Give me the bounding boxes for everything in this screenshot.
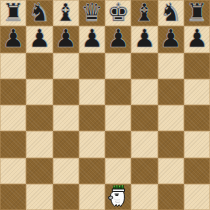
square-c6[interactable]: [53, 53, 79, 79]
square-d7[interactable]: ♟: [79, 26, 105, 52]
square-f6[interactable]: [131, 53, 157, 79]
square-f4[interactable]: [131, 105, 157, 131]
black-king[interactable]: ♚: [107, 0, 129, 25]
black-bishop[interactable]: ♝: [54, 0, 76, 25]
square-g4[interactable]: [158, 105, 184, 131]
square-h7[interactable]: ♟: [184, 26, 210, 52]
square-e3[interactable]: [105, 131, 131, 157]
square-a5[interactable]: [0, 79, 26, 105]
square-b2[interactable]: [26, 158, 52, 184]
square-h3[interactable]: [184, 131, 210, 157]
square-e7[interactable]: ♟: [105, 26, 131, 52]
square-b5[interactable]: [26, 79, 52, 105]
square-e1[interactable]: [105, 184, 131, 210]
square-g7[interactable]: ♟: [158, 26, 184, 52]
square-a4[interactable]: [0, 105, 26, 131]
square-d6[interactable]: [79, 53, 105, 79]
square-h5[interactable]: [184, 79, 210, 105]
square-f2[interactable]: [131, 158, 157, 184]
square-c4[interactable]: [53, 105, 79, 131]
black-bishop[interactable]: ♝: [133, 0, 155, 25]
square-c1[interactable]: [53, 184, 79, 210]
square-d2[interactable]: [79, 158, 105, 184]
square-b8[interactable]: ♞: [26, 0, 52, 26]
square-e6[interactable]: [105, 53, 131, 79]
square-g3[interactable]: [158, 131, 184, 157]
square-a7[interactable]: ♟: [0, 26, 26, 52]
black-queen[interactable]: ♛: [81, 0, 103, 25]
square-f1[interactable]: [131, 184, 157, 210]
square-d5[interactable]: [79, 79, 105, 105]
black-pawn[interactable]: ♟: [186, 26, 208, 51]
square-h6[interactable]: [184, 53, 210, 79]
square-g2[interactable]: [158, 158, 184, 184]
square-h1[interactable]: [184, 184, 210, 210]
square-h2[interactable]: [184, 158, 210, 184]
square-e8[interactable]: ♚: [105, 0, 131, 26]
black-pawn[interactable]: ♟: [133, 26, 155, 51]
square-d4[interactable]: [79, 105, 105, 131]
black-pawn[interactable]: ♟: [28, 26, 50, 51]
square-h8[interactable]: ♜: [184, 0, 210, 26]
white-king-eagle-icon: [106, 185, 130, 209]
square-d8[interactable]: ♛: [79, 0, 105, 26]
black-knight[interactable]: ♞: [159, 0, 181, 25]
square-b6[interactable]: [26, 53, 52, 79]
square-g5[interactable]: [158, 79, 184, 105]
chess-board: ♜♞♝♛♚♝♞♜♟♟♟♟♟♟♟♟: [0, 0, 210, 210]
square-b1[interactable]: [26, 184, 52, 210]
square-e2[interactable]: [105, 158, 131, 184]
square-c7[interactable]: ♟: [53, 26, 79, 52]
square-g1[interactable]: [158, 184, 184, 210]
square-c2[interactable]: [53, 158, 79, 184]
square-e4[interactable]: [105, 105, 131, 131]
square-f7[interactable]: ♟: [131, 26, 157, 52]
square-f5[interactable]: [131, 79, 157, 105]
square-c3[interactable]: [53, 131, 79, 157]
square-b4[interactable]: [26, 105, 52, 131]
square-d1[interactable]: [79, 184, 105, 210]
black-knight[interactable]: ♞: [28, 0, 50, 25]
square-d3[interactable]: [79, 131, 105, 157]
square-a6[interactable]: [0, 53, 26, 79]
square-e5[interactable]: [105, 79, 131, 105]
square-a8[interactable]: ♜: [0, 0, 26, 26]
square-f8[interactable]: ♝: [131, 0, 157, 26]
square-a2[interactable]: [0, 158, 26, 184]
black-pawn[interactable]: ♟: [159, 26, 181, 51]
square-g8[interactable]: ♞: [158, 0, 184, 26]
square-g6[interactable]: [158, 53, 184, 79]
black-pawn[interactable]: ♟: [54, 26, 76, 51]
black-pawn[interactable]: ♟: [81, 26, 103, 51]
square-c5[interactable]: [53, 79, 79, 105]
square-h4[interactable]: [184, 105, 210, 131]
black-pawn[interactable]: ♟: [2, 26, 24, 51]
black-rook[interactable]: ♜: [186, 0, 208, 25]
square-c8[interactable]: ♝: [53, 0, 79, 26]
black-rook[interactable]: ♜: [2, 0, 24, 25]
square-b3[interactable]: [26, 131, 52, 157]
square-a3[interactable]: [0, 131, 26, 157]
black-pawn[interactable]: ♟: [107, 26, 129, 51]
square-a1[interactable]: [0, 184, 26, 210]
square-b7[interactable]: ♟: [26, 26, 52, 52]
square-f3[interactable]: [131, 131, 157, 157]
